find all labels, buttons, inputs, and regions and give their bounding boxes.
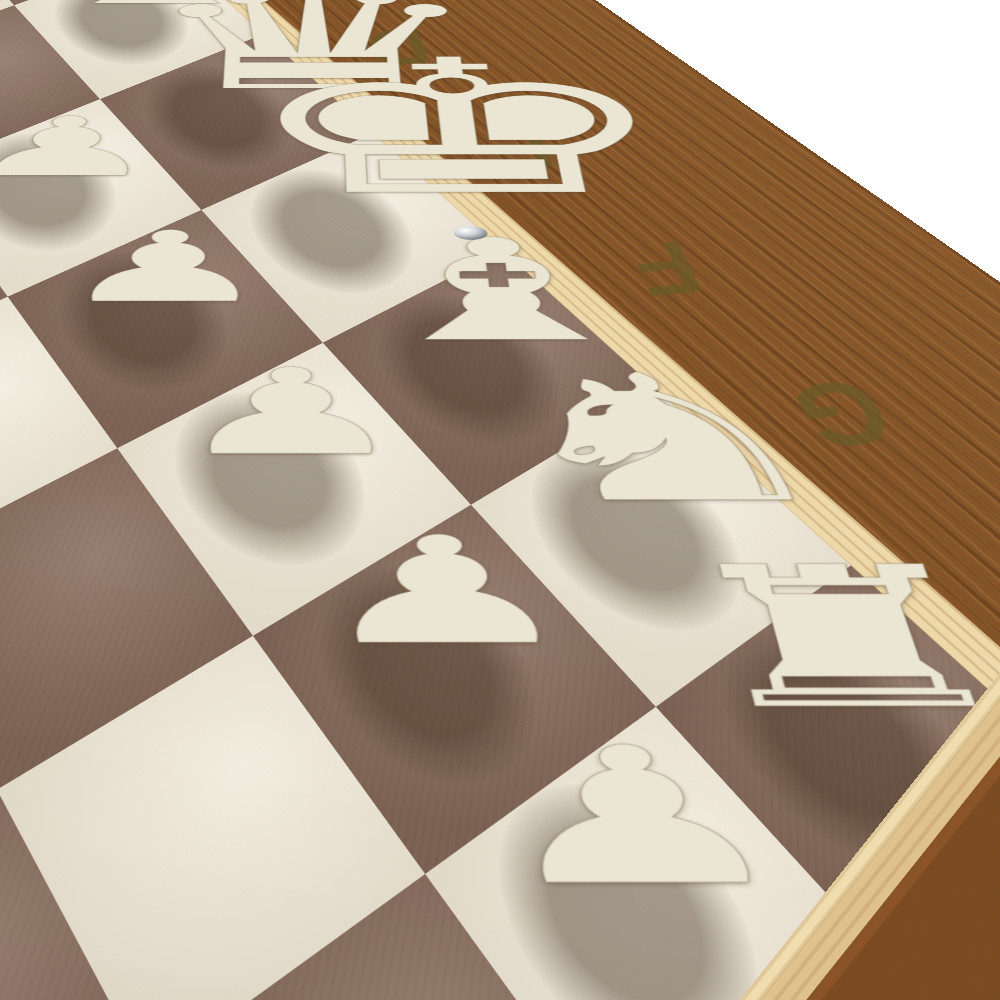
white-king-e1[interactable]: ♚ — [225, 42, 474, 230]
board-photo-scene: ABCDEFGH ♝♛♟♚♟♝♟♞♟♜♟ — [0, 0, 1000, 1000]
white-pawn-e2[interactable]: ♟ — [30, 221, 295, 319]
square-g4[interactable] — [0, 790, 148, 1000]
square-g3[interactable] — [0, 636, 425, 1000]
white-pawn-f2[interactable]: ♟ — [144, 356, 438, 476]
square-h3[interactable] — [148, 874, 651, 1000]
bishop-silver-ball-finial — [453, 226, 488, 239]
chess-board: ABCDEFGH ♝♛♟♚♟♝♟♞♟♜♟ — [0, 0, 1000, 1000]
white-pawn-d2[interactable]: ♟ — [0, 109, 185, 191]
